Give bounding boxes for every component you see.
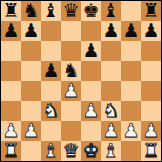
square-e8[interactable]: ♚	[81, 1, 101, 21]
black-pawn-piece: ♟	[142, 21, 159, 40]
square-d8[interactable]: ♛	[61, 1, 81, 21]
black-rook-piece: ♜	[142, 1, 159, 20]
square-g7[interactable]: ♟	[121, 21, 141, 41]
square-e6[interactable]: ♟	[81, 41, 101, 61]
white-pawn-piece: ♟	[82, 101, 99, 120]
square-g1[interactable]	[121, 141, 141, 161]
square-g5[interactable]	[121, 61, 141, 81]
square-h2[interactable]: ♟	[141, 121, 161, 141]
square-e5[interactable]	[81, 61, 101, 81]
black-knight-piece: ♞	[22, 1, 39, 20]
black-knight-piece: ♞	[62, 61, 79, 80]
square-f7[interactable]: ♟	[101, 21, 121, 41]
square-a3[interactable]	[1, 101, 21, 121]
square-c1[interactable]: ♝	[41, 141, 61, 161]
white-pawn-piece: ♟	[62, 81, 79, 100]
square-b1[interactable]	[21, 141, 41, 161]
square-h8[interactable]: ♜	[141, 1, 161, 21]
square-e3[interactable]: ♟	[81, 101, 101, 121]
white-rook-piece: ♜	[142, 141, 159, 160]
white-bishop-piece: ♝	[102, 141, 119, 160]
square-a8[interactable]: ♜	[1, 1, 21, 21]
square-d3[interactable]	[61, 101, 81, 121]
square-g6[interactable]	[121, 41, 141, 61]
square-b2[interactable]: ♟	[21, 121, 41, 141]
square-d2[interactable]	[61, 121, 81, 141]
black-rook-piece: ♜	[2, 1, 19, 20]
square-f4[interactable]	[101, 81, 121, 101]
square-c6[interactable]	[41, 41, 61, 61]
square-a6[interactable]	[1, 41, 21, 61]
square-c5[interactable]: ♟	[41, 61, 61, 81]
square-d4[interactable]: ♟	[61, 81, 81, 101]
square-a5[interactable]	[1, 61, 21, 81]
white-pawn-piece: ♟	[22, 121, 39, 140]
square-f6[interactable]	[101, 41, 121, 61]
square-a7[interactable]: ♟	[1, 21, 21, 41]
square-d1[interactable]: ♛	[61, 141, 81, 161]
white-pawn-piece: ♟	[102, 121, 119, 140]
square-g2[interactable]: ♟	[121, 121, 141, 141]
white-knight-piece: ♞	[42, 101, 59, 120]
square-h1[interactable]: ♜	[141, 141, 161, 161]
square-h5[interactable]	[141, 61, 161, 81]
black-bishop-piece: ♝	[42, 1, 59, 20]
square-e2[interactable]	[81, 121, 101, 141]
black-king-piece: ♚	[82, 1, 99, 20]
square-b8[interactable]: ♞	[21, 1, 41, 21]
square-d7[interactable]	[61, 21, 81, 41]
square-g8[interactable]	[121, 1, 141, 21]
square-h6[interactable]	[141, 41, 161, 61]
square-f2[interactable]: ♟	[101, 121, 121, 141]
square-c7[interactable]	[41, 21, 61, 41]
white-knight-piece: ♞	[102, 101, 119, 120]
square-b5[interactable]	[21, 61, 41, 81]
black-bishop-piece: ♝	[102, 1, 119, 20]
square-a4[interactable]	[1, 81, 21, 101]
black-queen-piece: ♛	[62, 1, 79, 20]
square-g4[interactable]	[121, 81, 141, 101]
white-bishop-piece: ♝	[42, 141, 59, 160]
square-h3[interactable]	[141, 101, 161, 121]
black-pawn-piece: ♟	[102, 21, 119, 40]
square-b6[interactable]	[21, 41, 41, 61]
square-e1[interactable]: ♚	[81, 141, 101, 161]
square-e7[interactable]	[81, 21, 101, 41]
square-f5[interactable]	[101, 61, 121, 81]
square-a1[interactable]: ♜	[1, 141, 21, 161]
black-pawn-piece: ♟	[22, 21, 39, 40]
white-queen-piece: ♛	[62, 141, 79, 160]
square-h7[interactable]: ♟	[141, 21, 161, 41]
square-f3[interactable]: ♞	[101, 101, 121, 121]
square-f1[interactable]: ♝	[101, 141, 121, 161]
white-pawn-piece: ♟	[122, 121, 139, 140]
square-b3[interactable]	[21, 101, 41, 121]
square-d6[interactable]	[61, 41, 81, 61]
square-b7[interactable]: ♟	[21, 21, 41, 41]
white-pawn-piece: ♟	[142, 121, 159, 140]
square-g3[interactable]	[121, 101, 141, 121]
white-rook-piece: ♜	[2, 141, 19, 160]
square-f8[interactable]: ♝	[101, 1, 121, 21]
white-king-piece: ♚	[82, 141, 99, 160]
square-c2[interactable]	[41, 121, 61, 141]
square-a2[interactable]: ♟	[1, 121, 21, 141]
square-d5[interactable]: ♞	[61, 61, 81, 81]
square-b4[interactable]	[21, 81, 41, 101]
square-h4[interactable]	[141, 81, 161, 101]
black-pawn-piece: ♟	[2, 21, 19, 40]
chess-board: ♜♞♝♛♚♝♜♟♟♟♟♟♟♟♞♟♞♟♞♟♟♟♟♟♜♝♛♚♝♜	[0, 0, 162, 162]
black-pawn-piece: ♟	[122, 21, 139, 40]
black-pawn-piece: ♟	[42, 61, 59, 80]
square-c8[interactable]: ♝	[41, 1, 61, 21]
square-e4[interactable]	[81, 81, 101, 101]
square-c4[interactable]	[41, 81, 61, 101]
white-pawn-piece: ♟	[2, 121, 19, 140]
black-pawn-piece: ♟	[82, 41, 99, 60]
square-c3[interactable]: ♞	[41, 101, 61, 121]
